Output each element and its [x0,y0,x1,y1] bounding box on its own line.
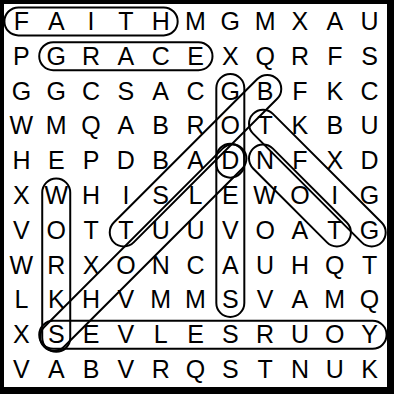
grid-cell: W [248,178,283,213]
grid-cell: S [143,178,178,213]
grid-cell: D [108,143,143,178]
grid-cell: U [352,4,387,39]
grid-cell: A [283,213,318,248]
grid-cell: F [4,4,39,39]
grid-cell: A [213,248,248,283]
grid-cell: R [178,108,213,143]
grid-cell: T [248,108,283,143]
grid-cell: P [4,39,39,74]
grid-cell: S [108,74,143,109]
grid-cell: V [213,213,248,248]
grid-cell: F [283,143,318,178]
grid-cell: Y [352,317,387,352]
grid-cell: R [248,317,283,352]
grid-cell: B [143,143,178,178]
grid-cell: M [178,4,213,39]
grid-cell: V [4,352,39,387]
grid-cell: Q [74,108,109,143]
grid-cell: M [39,108,74,143]
grid-cell: C [352,74,387,109]
grid-cell: I [317,178,352,213]
grid-cell: R [283,39,318,74]
grid-cell: V [248,283,283,318]
grid-cell: B [317,108,352,143]
grid-cell: X [317,143,352,178]
grid-cell: X [213,39,248,74]
grid-cell: X [74,248,109,283]
grid-cell: T [352,248,387,283]
grid-cell: M [143,283,178,318]
grid-cell: H [283,248,318,283]
grid-cell: U [143,213,178,248]
grid-cell: B [74,352,109,387]
grid-cell: C [74,74,109,109]
grid-cell: G [213,74,248,109]
grid-cell: U [352,108,387,143]
grid-cell: L [143,317,178,352]
grid-cell: R [39,248,74,283]
grid-cell: G [352,178,387,213]
grid-cell: I [108,178,143,213]
grid-cell: W [4,248,39,283]
grid-cell: A [283,283,318,318]
grid-cell: K [283,108,318,143]
grid-cell: C [178,248,213,283]
grid-cell: Q [317,248,352,283]
grid-cell: A [108,108,143,143]
grid-cell: O [213,108,248,143]
letter-grid: FAITHMGMXAUPGRACEXQRFSGGCSACGBFKCWMQABRO… [4,4,387,387]
grid-cell: D [352,143,387,178]
grid-cell: T [108,213,143,248]
grid-cell: K [39,283,74,318]
grid-cell: E [74,317,109,352]
grid-cell: V [108,352,143,387]
grid-cell: U [317,352,352,387]
grid-cell: H [74,178,109,213]
grid-cell: T [248,352,283,387]
grid-cell: G [352,213,387,248]
grid-cell: L [178,178,213,213]
grid-cell: G [39,74,74,109]
grid-cell: E [39,143,74,178]
grid-cell: C [143,39,178,74]
grid-cell: T [317,213,352,248]
grid-cell: L [4,283,39,318]
grid-cell: C [178,74,213,109]
grid-cell: X [4,317,39,352]
grid-cell: W [39,178,74,213]
grid-cell: T [74,213,109,248]
grid-cell: U [283,317,318,352]
grid-cell: H [4,143,39,178]
grid-cell: G [39,39,74,74]
grid-cell: U [248,248,283,283]
grid-cell: M [178,283,213,318]
grid-cell: O [283,178,318,213]
grid-cell: K [317,74,352,109]
grid-cell: G [4,74,39,109]
grid-cell: E [178,317,213,352]
grid-cell: W [4,108,39,143]
grid-cell: A [317,4,352,39]
grid-cell: K [352,352,387,387]
grid-cell: A [178,143,213,178]
grid-cell: E [213,178,248,213]
grid-cell: M [317,283,352,318]
grid-cell: X [4,178,39,213]
grid-cell: N [283,352,318,387]
grid-cell: V [4,213,39,248]
grid-cell: G [213,4,248,39]
grid-cell: A [108,39,143,74]
grid-cell: A [39,352,74,387]
grid-cell: B [248,74,283,109]
grid-cell: S [213,283,248,318]
grid-cell: N [143,248,178,283]
grid-cell: O [108,248,143,283]
grid-cell: S [39,317,74,352]
grid-cell: I [74,4,109,39]
grid-cell: S [213,317,248,352]
grid-cell: A [143,74,178,109]
grid-cell: O [39,213,74,248]
grid-cell: Q [248,39,283,74]
grid-cell: R [74,39,109,74]
grid-cell: U [178,213,213,248]
grid-cell: O [317,317,352,352]
grid-cell: T [108,4,143,39]
grid-cell: B [143,108,178,143]
grid-cell: O [248,213,283,248]
grid-cell: F [283,74,318,109]
grid-cell: A [39,4,74,39]
grid-cell: N [248,143,283,178]
grid-cell: E [178,39,213,74]
grid-cell: Q [178,352,213,387]
grid-cell: M [248,4,283,39]
grid-cell: R [143,352,178,387]
word-search-board: FAITHMGMXAUPGRACEXQRFSGGCSACGBFKCWMQABRO… [0,0,394,394]
grid-cell: S [352,39,387,74]
grid-cell: S [213,352,248,387]
grid-cell: H [74,283,109,318]
grid-cell: V [108,283,143,318]
grid-cell: D [213,143,248,178]
grid-cell: P [74,143,109,178]
grid-cell: F [317,39,352,74]
grid-cell: V [108,317,143,352]
grid-cell: Q [352,283,387,318]
grid-cell: X [283,4,318,39]
grid-cell: H [143,4,178,39]
